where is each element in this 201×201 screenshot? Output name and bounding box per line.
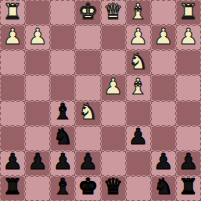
square-c6[interactable]: ♟ [126,126,151,151]
white-bishop-piece[interactable]: ♝ [128,76,148,98]
white-king-piece[interactable]: ♚ [78,1,98,23]
white-pawn-piece[interactable]: ♟ [103,76,123,98]
black-rook-piece[interactable]: ♜ [3,176,23,198]
black-pawn-piece[interactable]: ♟ [179,151,199,173]
square-a5[interactable] [176,101,201,126]
square-b1[interactable] [151,0,176,25]
black-bishop-piece[interactable]: ♝ [53,176,73,198]
black-pawn-piece[interactable]: ♟ [78,151,98,173]
square-f5[interactable]: ♝ [50,101,75,126]
square-h8[interactable]: ♜ [0,176,25,201]
black-bishop-piece[interactable]: ♝ [53,101,73,123]
square-b5[interactable] [151,101,176,126]
white-knight-piece[interactable]: ♞ [78,101,98,123]
square-a6[interactable] [176,126,201,151]
square-c1[interactable]: ♝ [126,0,151,25]
square-h3[interactable] [0,50,25,75]
square-f6[interactable]: ♞ [50,126,75,151]
white-pawn-piece[interactable]: ♟ [153,26,173,48]
white-pawn-piece[interactable]: ♟ [3,26,23,48]
white-rook-piece[interactable]: ♜ [3,1,23,23]
white-rook-piece[interactable]: ♜ [179,1,199,23]
square-c2[interactable]: ♟ [126,25,151,50]
black-knight-piece[interactable]: ♞ [153,176,173,198]
square-a8[interactable]: ♜ [176,176,201,201]
black-king-piece[interactable]: ♚ [78,176,98,198]
square-d6[interactable] [101,126,126,151]
square-h2[interactable]: ♟ [0,25,25,50]
square-e1[interactable]: ♚ [75,0,100,25]
white-pawn-piece[interactable]: ♟ [28,26,48,48]
square-d7[interactable] [101,151,126,176]
square-b2[interactable]: ♟ [151,25,176,50]
square-d4[interactable]: ♟ [101,75,126,100]
square-a1[interactable]: ♜ [176,0,201,25]
square-g2[interactable]: ♟ [25,25,50,50]
black-rook-piece[interactable]: ♜ [179,176,199,198]
black-knight-piece[interactable]: ♞ [53,126,73,148]
square-g6[interactable] [25,126,50,151]
square-b4[interactable] [151,75,176,100]
square-c8[interactable] [126,176,151,201]
square-d2[interactable] [101,25,126,50]
square-h1[interactable]: ♜ [0,0,25,25]
square-c4[interactable]: ♝ [126,75,151,100]
square-d3[interactable] [101,50,126,75]
square-d5[interactable] [101,101,126,126]
square-f4[interactable] [50,75,75,100]
black-queen-piece[interactable]: ♛ [103,176,123,198]
square-e4[interactable] [75,75,100,100]
square-g7[interactable]: ♟ [25,151,50,176]
square-e5[interactable]: ♞ [75,101,100,126]
square-h6[interactable] [0,126,25,151]
square-b7[interactable]: ♟ [151,151,176,176]
square-c3[interactable]: ♞ [126,50,151,75]
square-e6[interactable] [75,126,100,151]
white-queen-piece[interactable]: ♛ [103,1,123,23]
square-d1[interactable]: ♛ [101,0,126,25]
square-e8[interactable]: ♚ [75,176,100,201]
white-pawn-piece[interactable]: ♟ [179,26,199,48]
square-e2[interactable] [75,25,100,50]
square-f3[interactable] [50,50,75,75]
white-pawn-piece[interactable]: ♟ [128,26,148,48]
square-b6[interactable] [151,126,176,151]
square-h4[interactable] [0,75,25,100]
square-h7[interactable]: ♟ [0,151,25,176]
square-f2[interactable] [50,25,75,50]
black-pawn-piece[interactable]: ♟ [3,151,23,173]
square-b3[interactable] [151,50,176,75]
black-pawn-piece[interactable]: ♟ [28,151,48,173]
square-d8[interactable]: ♛ [101,176,126,201]
square-g1[interactable] [25,0,50,25]
black-pawn-piece[interactable]: ♟ [153,151,173,173]
square-e3[interactable] [75,50,100,75]
square-g5[interactable] [25,101,50,126]
square-f8[interactable]: ♝ [50,176,75,201]
square-f1[interactable] [50,0,75,25]
square-a4[interactable] [176,75,201,100]
white-bishop-piece[interactable]: ♝ [128,1,148,23]
square-c5[interactable] [126,101,151,126]
square-a2[interactable]: ♟ [176,25,201,50]
square-c7[interactable] [126,151,151,176]
square-g8[interactable] [25,176,50,201]
square-f7[interactable]: ♟ [50,151,75,176]
square-g3[interactable] [25,50,50,75]
square-b8[interactable]: ♞ [151,176,176,201]
black-pawn-piece[interactable]: ♟ [128,126,148,148]
square-a3[interactable] [176,50,201,75]
square-a7[interactable]: ♟ [176,151,201,176]
square-h5[interactable] [0,101,25,126]
white-knight-piece[interactable]: ♞ [128,51,148,73]
chess-board: ♜♚♛♝♜♟♟♟♟♟♞♟♝♝♞♞♟♟♟♟♟♟♟♜♝♚♛♞♜ [0,0,201,201]
square-e7[interactable]: ♟ [75,151,100,176]
square-g4[interactable] [25,75,50,100]
black-pawn-piece[interactable]: ♟ [53,151,73,173]
